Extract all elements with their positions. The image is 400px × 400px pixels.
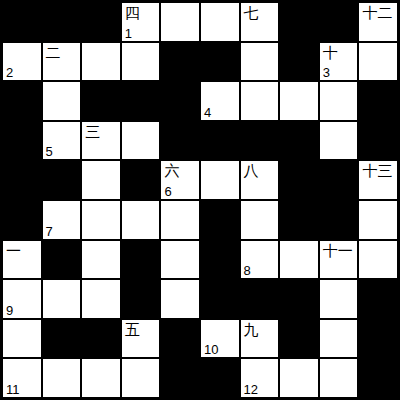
cell-r6c6[interactable]: 8: [240, 240, 280, 280]
cell-r3c1[interactable]: 5: [42, 121, 82, 161]
cell-r2c6[interactable]: [240, 81, 280, 121]
block-r8c1: [42, 319, 82, 359]
block-r1c7: [279, 42, 319, 82]
block-r0c7: [279, 2, 319, 42]
block-r0c1: [42, 2, 82, 42]
block-r3c4: [160, 121, 200, 161]
block-r6c3: [121, 240, 161, 280]
cell-r9c0[interactable]: 11: [2, 358, 42, 398]
down-clue-kanji-number: 四: [125, 4, 140, 21]
block-r9c9: [358, 358, 398, 398]
cell-r1c3[interactable]: [121, 42, 161, 82]
block-r2c4: [160, 81, 200, 121]
cell-r1c6[interactable]: [240, 42, 280, 82]
cell-r5c6[interactable]: [240, 200, 280, 240]
down-clue-kanji-number: 九: [244, 321, 259, 338]
block-r7c3: [121, 279, 161, 319]
block-r3c6: [240, 121, 280, 161]
cell-r4c4[interactable]: 六6: [160, 160, 200, 200]
down-clue-kanji-number: 十二: [362, 4, 392, 21]
cell-r7c8[interactable]: [319, 279, 359, 319]
block-r2c9: [358, 81, 398, 121]
cell-r3c3[interactable]: [121, 121, 161, 161]
block-r8c4: [160, 319, 200, 359]
cell-r0c3[interactable]: 四1: [121, 2, 161, 42]
cell-r9c6[interactable]: 12: [240, 358, 280, 398]
block-r0c2: [81, 2, 121, 42]
cell-r8c5[interactable]: 10: [200, 319, 240, 359]
cell-r9c3[interactable]: [121, 358, 161, 398]
block-r8c9: [358, 319, 398, 359]
cell-r6c0[interactable]: 一: [2, 240, 42, 280]
cell-r8c3[interactable]: 五: [121, 319, 161, 359]
down-clue-kanji-number: 五: [125, 321, 140, 338]
cell-r5c3[interactable]: [121, 200, 161, 240]
block-r9c5: [200, 358, 240, 398]
crossword-grid: 四1七十二2二十345三六6八十三7一8十一9五10九1112: [0, 0, 400, 400]
across-clue-number: 2: [6, 66, 13, 79]
block-r2c2: [81, 81, 121, 121]
block-r4c0: [2, 160, 42, 200]
cell-r2c5[interactable]: 4: [200, 81, 240, 121]
down-clue-kanji-number: 十一: [323, 242, 353, 259]
cell-r5c4[interactable]: [160, 200, 200, 240]
cell-r7c0[interactable]: 9: [2, 279, 42, 319]
block-r5c7: [279, 200, 319, 240]
block-r3c5: [200, 121, 240, 161]
down-clue-kanji-number: 二: [46, 44, 61, 61]
cell-r7c4[interactable]: [160, 279, 200, 319]
cell-r2c1[interactable]: [42, 81, 82, 121]
block-r5c5: [200, 200, 240, 240]
cell-r1c8[interactable]: 十3: [319, 42, 359, 82]
cell-r0c4[interactable]: [160, 2, 200, 42]
down-clue-kanji-number: 六: [164, 162, 179, 179]
cell-r1c0[interactable]: 2: [2, 42, 42, 82]
down-clue-kanji-number: 三: [85, 123, 100, 140]
cell-r4c9[interactable]: 十三: [358, 160, 398, 200]
across-clue-number: 7: [46, 225, 53, 238]
cell-r2c8[interactable]: [319, 81, 359, 121]
down-clue-kanji-number: 十三: [362, 162, 392, 179]
block-r4c7: [279, 160, 319, 200]
cell-r4c2[interactable]: [81, 160, 121, 200]
cell-r4c5[interactable]: [200, 160, 240, 200]
cell-r9c1[interactable]: [42, 358, 82, 398]
cell-r7c1[interactable]: [42, 279, 82, 319]
block-r1c4: [160, 42, 200, 82]
block-r9c4: [160, 358, 200, 398]
cell-r8c6[interactable]: 九: [240, 319, 280, 359]
across-clue-number: 10: [204, 343, 218, 356]
block-r7c7: [279, 279, 319, 319]
down-clue-kanji-number: 十: [323, 44, 338, 61]
cell-r0c9[interactable]: 十二: [358, 2, 398, 42]
cell-r1c9[interactable]: [358, 42, 398, 82]
cell-r6c7[interactable]: [279, 240, 319, 280]
cell-r9c2[interactable]: [81, 358, 121, 398]
cell-r6c2[interactable]: [81, 240, 121, 280]
cell-r5c2[interactable]: [81, 200, 121, 240]
across-clue-number: 3: [323, 66, 330, 79]
across-clue-number: 9: [6, 304, 13, 317]
block-r3c0: [2, 121, 42, 161]
cell-r4c6[interactable]: 八: [240, 160, 280, 200]
cell-r1c2[interactable]: [81, 42, 121, 82]
across-clue-number: 6: [164, 185, 171, 198]
cell-r3c2[interactable]: 三: [81, 121, 121, 161]
cell-r1c1[interactable]: 二: [42, 42, 82, 82]
across-clue-number: 1: [125, 27, 132, 40]
block-r1c5: [200, 42, 240, 82]
block-r2c3: [121, 81, 161, 121]
block-r4c3: [121, 160, 161, 200]
across-clue-number: 12: [244, 383, 258, 396]
block-r5c0: [2, 200, 42, 240]
block-r7c9: [358, 279, 398, 319]
cell-r6c8[interactable]: 十一: [319, 240, 359, 280]
down-clue-kanji-number: 一: [6, 242, 21, 259]
across-clue-number: 11: [6, 383, 20, 396]
block-r2c0: [2, 81, 42, 121]
block-r7c6: [240, 279, 280, 319]
cell-r8c0[interactable]: [2, 319, 42, 359]
block-r3c7: [279, 121, 319, 161]
across-clue-number: 4: [204, 106, 211, 119]
block-r6c1: [42, 240, 82, 280]
block-r0c8: [319, 2, 359, 42]
cell-r0c6[interactable]: 七: [240, 2, 280, 42]
block-r5c8: [319, 200, 359, 240]
cell-r6c4[interactable]: [160, 240, 200, 280]
block-r4c1: [42, 160, 82, 200]
cell-r9c8[interactable]: [319, 358, 359, 398]
cell-r2c7[interactable]: [279, 81, 319, 121]
block-r3c9: [358, 121, 398, 161]
cell-r5c9[interactable]: [358, 200, 398, 240]
across-clue-number: 8: [244, 264, 251, 277]
down-clue-kanji-number: 七: [244, 4, 259, 21]
block-r8c2: [81, 319, 121, 359]
cell-r8c8[interactable]: [319, 319, 359, 359]
block-r7c5: [200, 279, 240, 319]
cell-r9c7[interactable]: [279, 358, 319, 398]
cell-r6c9[interactable]: [358, 240, 398, 280]
cell-r7c2[interactable]: [81, 279, 121, 319]
cell-r0c5[interactable]: [200, 2, 240, 42]
across-clue-number: 5: [46, 145, 53, 158]
block-r8c7: [279, 319, 319, 359]
cell-r3c8[interactable]: [319, 121, 359, 161]
block-r6c5: [200, 240, 240, 280]
down-clue-kanji-number: 八: [244, 162, 259, 179]
cell-r5c1[interactable]: 7: [42, 200, 82, 240]
block-r0c0: [2, 2, 42, 42]
block-r4c8: [319, 160, 359, 200]
